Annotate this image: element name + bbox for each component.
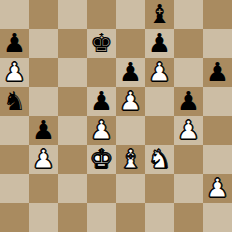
square-e1[interactable]	[116, 203, 145, 232]
square-d3[interactable]: ♚	[87, 145, 116, 174]
square-e8[interactable]	[116, 0, 145, 29]
square-h4[interactable]	[203, 116, 232, 145]
square-b8[interactable]	[29, 0, 58, 29]
square-g7[interactable]	[174, 29, 203, 58]
square-e4[interactable]	[116, 116, 145, 145]
square-b3[interactable]: ♟	[29, 145, 58, 174]
square-f1[interactable]	[145, 203, 174, 232]
square-f4[interactable]	[145, 116, 174, 145]
square-c4[interactable]	[58, 116, 87, 145]
square-g1[interactable]	[174, 203, 203, 232]
square-g5[interactable]: ♟	[174, 87, 203, 116]
square-h7[interactable]	[203, 29, 232, 58]
piece-white-king[interactable]: ♚	[90, 145, 113, 174]
square-a8[interactable]	[0, 0, 29, 29]
piece-black-pawn[interactable]: ♟	[32, 116, 55, 145]
piece-white-pawn[interactable]: ♟	[206, 174, 229, 203]
square-g3[interactable]	[174, 145, 203, 174]
square-g2[interactable]	[174, 174, 203, 203]
square-e3[interactable]: ♝	[116, 145, 145, 174]
square-b5[interactable]	[29, 87, 58, 116]
piece-white-bishop[interactable]: ♝	[119, 145, 142, 174]
square-h2[interactable]: ♟	[203, 174, 232, 203]
square-c6[interactable]	[58, 58, 87, 87]
piece-white-knight[interactable]: ♞	[148, 145, 171, 174]
square-h5[interactable]	[203, 87, 232, 116]
square-c1[interactable]	[58, 203, 87, 232]
square-d4[interactable]: ♟	[87, 116, 116, 145]
square-d2[interactable]	[87, 174, 116, 203]
square-h8[interactable]	[203, 0, 232, 29]
square-d7[interactable]: ♚	[87, 29, 116, 58]
piece-white-pawn[interactable]: ♟	[32, 145, 55, 174]
piece-black-pawn[interactable]: ♟	[119, 58, 142, 87]
square-d1[interactable]	[87, 203, 116, 232]
piece-white-pawn[interactable]: ♟	[3, 58, 26, 87]
piece-white-pawn[interactable]: ♟	[148, 58, 171, 87]
piece-black-bishop[interactable]: ♝	[148, 0, 171, 29]
square-a5[interactable]: ♞	[0, 87, 29, 116]
piece-black-knight[interactable]: ♞	[3, 87, 26, 116]
square-h1[interactable]	[203, 203, 232, 232]
square-g6[interactable]	[174, 58, 203, 87]
square-g8[interactable]	[174, 0, 203, 29]
square-b7[interactable]	[29, 29, 58, 58]
square-c3[interactable]	[58, 145, 87, 174]
piece-white-pawn[interactable]: ♟	[119, 87, 142, 116]
piece-black-pawn[interactable]: ♟	[90, 87, 113, 116]
square-f8[interactable]: ♝	[145, 0, 174, 29]
piece-white-pawn[interactable]: ♟	[90, 116, 113, 145]
square-b1[interactable]	[29, 203, 58, 232]
square-g4[interactable]: ♟	[174, 116, 203, 145]
piece-black-pawn[interactable]: ♟	[177, 87, 200, 116]
square-e5[interactable]: ♟	[116, 87, 145, 116]
square-h6[interactable]: ♟	[203, 58, 232, 87]
piece-black-pawn[interactable]: ♟	[206, 58, 229, 87]
square-e6[interactable]: ♟	[116, 58, 145, 87]
square-a2[interactable]	[0, 174, 29, 203]
piece-black-pawn[interactable]: ♟	[148, 29, 171, 58]
square-f7[interactable]: ♟	[145, 29, 174, 58]
square-f6[interactable]: ♟	[145, 58, 174, 87]
square-a6[interactable]: ♟	[0, 58, 29, 87]
square-f2[interactable]	[145, 174, 174, 203]
square-h3[interactable]	[203, 145, 232, 174]
square-c5[interactable]	[58, 87, 87, 116]
square-d5[interactable]: ♟	[87, 87, 116, 116]
piece-black-king[interactable]: ♚	[90, 29, 113, 58]
chess-board: ♝♟♚♟♟♟♟♟♞♟♟♟♟♟♟♟♚♝♞♟	[0, 0, 232, 232]
square-b4[interactable]: ♟	[29, 116, 58, 145]
square-a1[interactable]	[0, 203, 29, 232]
square-b2[interactable]	[29, 174, 58, 203]
square-d8[interactable]	[87, 0, 116, 29]
square-e2[interactable]	[116, 174, 145, 203]
square-f3[interactable]: ♞	[145, 145, 174, 174]
square-c8[interactable]	[58, 0, 87, 29]
square-b6[interactable]	[29, 58, 58, 87]
square-a3[interactable]	[0, 145, 29, 174]
square-a7[interactable]: ♟	[0, 29, 29, 58]
piece-white-pawn[interactable]: ♟	[177, 116, 200, 145]
square-c2[interactable]	[58, 174, 87, 203]
square-c7[interactable]	[58, 29, 87, 58]
square-d6[interactable]	[87, 58, 116, 87]
square-e7[interactable]	[116, 29, 145, 58]
square-a4[interactable]	[0, 116, 29, 145]
square-f5[interactable]	[145, 87, 174, 116]
piece-black-pawn[interactable]: ♟	[3, 29, 26, 58]
